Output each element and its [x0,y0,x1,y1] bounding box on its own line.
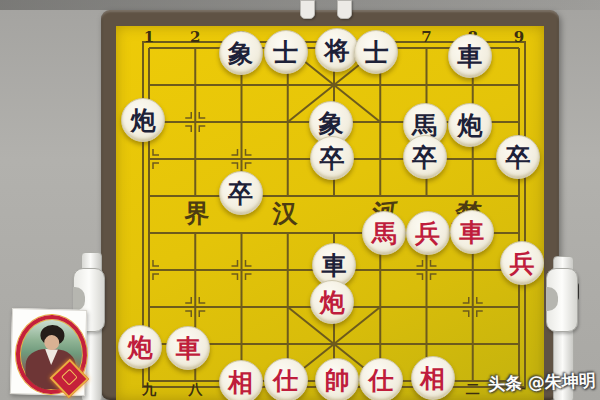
piece-glyph: 相 [420,366,445,391]
piece-glyph: 車 [459,220,484,245]
piece-red-仕[interactable]: 仕 [264,358,308,400]
piece-glyph: 卒 [320,146,345,171]
piece-black-卒[interactable]: 卒 [403,135,447,179]
presenter-avatar-card [10,308,87,396]
hanger-clip-left [300,0,315,19]
clamp-notch [546,287,558,311]
piece-glyph: 帥 [325,368,350,393]
piece-glyph: 象 [228,41,253,66]
file-label-bottom-1: 九 [142,381,156,399]
piece-glyph: 仕 [273,368,298,393]
piece-glyph: 車 [322,253,347,278]
file-label-top-7: 7 [421,28,431,46]
piece-black-象[interactable]: 象 [219,31,263,75]
piece-glyph: 馬 [412,113,437,138]
piece-red-相[interactable]: 相 [219,360,263,400]
file-label-bottom-2: 八 [188,381,202,399]
river-char-汉: 汉 [273,197,298,230]
piece-glyph: 相 [228,370,253,395]
clamp-notch [73,287,85,311]
piece-red-兵[interactable]: 兵 [406,211,450,255]
piece-glyph: 炮 [320,290,345,315]
piece-glyph: 仕 [369,368,394,393]
piece-red-炮[interactable]: 炮 [310,280,354,324]
piece-glyph: 馬 [372,221,397,246]
river-char-界: 界 [185,197,210,230]
piece-glyph: 士 [273,40,298,65]
file-label-top-9: 9 [514,28,524,46]
xiangqi-demo-board-photo: 123456789九八七六五四三二一 界汉河楚 象士将士車炮象馬炮卒卒卒卒車馬兵… [0,0,600,400]
piece-glyph: 車 [457,44,482,69]
avatar-face [44,335,59,350]
piece-red-相[interactable]: 相 [411,356,455,400]
piece-glyph: 将 [325,38,350,63]
piece-black-将[interactable]: 将 [315,28,359,72]
piece-black-炮[interactable]: 炮 [121,98,165,142]
piece-glyph: 卒 [506,145,531,170]
piece-black-卒[interactable]: 卒 [219,171,263,215]
piece-black-卒[interactable]: 卒 [496,135,540,179]
file-label-top-1: 1 [144,28,154,46]
piece-glyph: 兵 [510,251,535,276]
piece-glyph: 卒 [228,181,253,206]
piece-glyph: 車 [176,336,201,361]
piece-red-兵[interactable]: 兵 [500,241,544,285]
piece-red-車[interactable]: 車 [166,326,210,370]
piece-red-車[interactable]: 車 [450,210,494,254]
file-label-top-2: 2 [190,28,200,46]
piece-black-炮[interactable]: 炮 [448,103,492,147]
piece-black-卒[interactable]: 卒 [310,136,354,180]
watermark-caption: 头条 @朱坤明 [488,369,597,396]
piece-black-士[interactable]: 士 [354,30,398,74]
piece-red-炮[interactable]: 炮 [118,325,162,369]
piece-black-士[interactable]: 士 [264,30,308,74]
piece-glyph: 象 [319,111,344,136]
hanger-clip-right [337,0,352,19]
stand-clamp-right [546,268,578,332]
piece-glyph: 士 [364,40,389,65]
piece-red-馬[interactable]: 馬 [362,211,406,255]
piece-glyph: 炮 [128,335,153,360]
piece-glyph: 炮 [131,108,156,133]
file-label-bottom-8: 二 [466,381,480,399]
piece-red-帥[interactable]: 帥 [315,358,359,400]
piece-glyph: 兵 [415,221,440,246]
piece-glyph: 卒 [412,145,437,170]
piece-glyph: 炮 [457,113,482,138]
piece-red-仕[interactable]: 仕 [359,358,403,400]
piece-black-車[interactable]: 車 [448,34,492,78]
